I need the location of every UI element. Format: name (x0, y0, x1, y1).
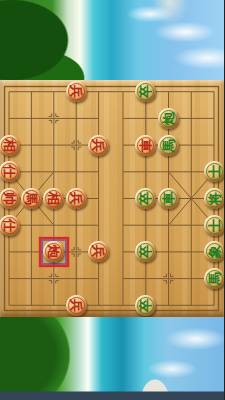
piece-red-horse[interactable]: 馬 (21, 188, 42, 209)
piece-red-advisor[interactable]: 仕 (0, 161, 20, 182)
piece-green-soldier[interactable]: 卒 (135, 188, 156, 209)
piece-glyph: 士 (208, 219, 221, 232)
piece-glyph: 相 (47, 192, 60, 205)
piece-red-king[interactable]: 帅 (0, 188, 20, 209)
piece-red-advisor[interactable]: 仕 (0, 215, 20, 236)
piece-glyph: 炮 (162, 112, 175, 125)
piece-green-chariot[interactable]: 車 (158, 188, 179, 209)
background-photo-bottom (0, 317, 224, 400)
piece-red-soldier[interactable]: 兵 (88, 241, 109, 262)
piece-glyph: 帅 (3, 192, 16, 205)
piece-red-elephant[interactable]: 相 (43, 188, 64, 209)
piece-glyph: 車 (162, 192, 175, 205)
piece-green-cannon[interactable]: 炮 (158, 108, 179, 129)
piece-green-advisor[interactable]: 士 (204, 215, 225, 236)
piece-glyph: 兵 (70, 85, 83, 98)
piece-glyph: 兵 (92, 245, 105, 258)
piece-glyph: 仕 (3, 165, 16, 178)
piece-red-soldier[interactable]: 兵 (88, 135, 109, 156)
xiangqi-game-screen: 相仕帅仕馬相炮兵兵兵兵兵車卒炮馬卒車卒卒士将士象馬 (0, 0, 224, 400)
piece-red-soldier[interactable]: 兵 (66, 188, 87, 209)
piece-red-elephant[interactable]: 相 (0, 135, 20, 156)
piece-glyph: 兵 (92, 139, 105, 152)
piece-green-advisor[interactable]: 士 (204, 161, 225, 182)
piece-red-soldier[interactable]: 兵 (66, 295, 87, 316)
piece-glyph: 士 (208, 165, 221, 178)
piece-glyph: 仕 (3, 219, 16, 232)
piece-glyph: 相 (3, 139, 16, 152)
piece-glyph: 卒 (139, 192, 152, 205)
piece-green-elephant[interactable]: 象 (204, 241, 225, 262)
piece-glyph: 馬 (25, 192, 38, 205)
piece-glyph: 炮 (47, 245, 60, 258)
piece-glyph: 兵 (70, 192, 83, 205)
piece-green-horse[interactable]: 馬 (158, 135, 179, 156)
piece-glyph: 馬 (162, 139, 175, 152)
piece-glyph: 兵 (70, 299, 83, 312)
piece-red-chariot[interactable]: 車 (135, 135, 156, 156)
piece-green-soldier[interactable]: 卒 (135, 295, 156, 316)
piece-glyph: 将 (208, 192, 221, 205)
piece-glyph: 卒 (139, 245, 152, 258)
piece-glyph: 象 (208, 245, 221, 258)
piece-glyph: 卒 (139, 85, 152, 98)
piece-green-king[interactable]: 将 (204, 188, 225, 209)
piece-green-soldier[interactable]: 卒 (135, 241, 156, 262)
piece-red-soldier[interactable]: 兵 (66, 81, 87, 102)
piece-glyph: 卒 (139, 299, 152, 312)
piece-green-horse[interactable]: 馬 (204, 268, 225, 289)
piece-glyph: 車 (139, 139, 152, 152)
piece-green-soldier[interactable]: 卒 (135, 81, 156, 102)
piece-glyph: 馬 (208, 272, 221, 285)
